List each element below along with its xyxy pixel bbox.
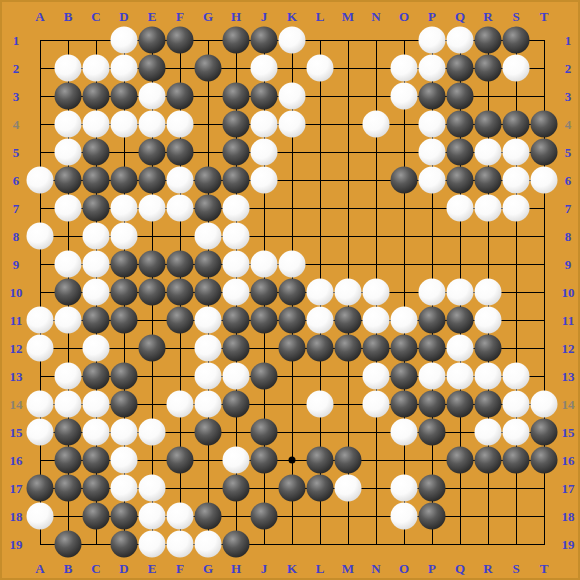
stone-black-C16[interactable]	[83, 447, 110, 474]
coord-bottom-G: G	[203, 562, 213, 575]
coord-bottom-N: N	[371, 562, 380, 575]
stone-white-C4[interactable]	[83, 111, 110, 138]
stone-black-G10[interactable]	[195, 279, 222, 306]
stone-black-G15[interactable]	[195, 419, 222, 446]
stone-white-R7[interactable]	[475, 195, 502, 222]
stone-white-K1[interactable]	[279, 27, 306, 54]
stone-black-E5[interactable]	[139, 139, 166, 166]
stone-white-J4[interactable]	[251, 111, 278, 138]
stone-black-G18[interactable]	[195, 503, 222, 530]
stone-black-N12[interactable]	[363, 335, 390, 362]
stone-white-N14[interactable]	[363, 391, 390, 418]
stone-black-L12[interactable]	[307, 335, 334, 362]
stone-black-H3[interactable]	[223, 83, 250, 110]
coord-left-8: 8	[13, 230, 20, 243]
stone-white-A14[interactable]	[27, 391, 54, 418]
stone-black-C5[interactable]	[83, 139, 110, 166]
stone-black-H4[interactable]	[223, 111, 250, 138]
stone-white-E15[interactable]	[139, 419, 166, 446]
stone-white-P6[interactable]	[419, 167, 446, 194]
stone-white-T6[interactable]	[531, 167, 558, 194]
stone-black-J13[interactable]	[251, 363, 278, 390]
stone-white-G13[interactable]	[195, 363, 222, 390]
stone-black-P11[interactable]	[419, 307, 446, 334]
stone-white-G14[interactable]	[195, 391, 222, 418]
coord-right-12: 12	[562, 342, 575, 355]
stone-black-B19[interactable]	[55, 531, 82, 558]
stone-black-F11[interactable]	[167, 307, 194, 334]
coord-bottom-F: F	[176, 562, 184, 575]
stone-white-R15[interactable]	[475, 419, 502, 446]
stone-black-D13[interactable]	[111, 363, 138, 390]
stone-white-N13[interactable]	[363, 363, 390, 390]
stone-white-F6[interactable]	[167, 167, 194, 194]
stone-black-H6[interactable]	[223, 167, 250, 194]
coord-left-3: 3	[13, 90, 20, 103]
coord-right-10: 10	[562, 286, 575, 299]
coord-bottom-Q: Q	[455, 562, 465, 575]
stone-black-E9[interactable]	[139, 251, 166, 278]
stone-white-P10[interactable]	[419, 279, 446, 306]
stone-black-T4[interactable]	[531, 111, 558, 138]
stone-white-B5[interactable]	[55, 139, 82, 166]
stone-black-F1[interactable]	[167, 27, 194, 54]
stone-white-P4[interactable]	[419, 111, 446, 138]
coord-bottom-H: H	[231, 562, 241, 575]
stone-black-M16[interactable]	[335, 447, 362, 474]
stone-black-E1[interactable]	[139, 27, 166, 54]
stone-white-F4[interactable]	[167, 111, 194, 138]
stone-white-L2[interactable]	[307, 55, 334, 82]
go-board[interactable]: AABBCCDDEEFFGGHHJJKKLLMMNNOOPPQQRRSSTT11…	[2, 2, 578, 578]
stone-white-L11[interactable]	[307, 307, 334, 334]
go-app-window: AABBCCDDEEFFGGHHJJKKLLMMNNOOPPQQRRSSTT11…	[0, 0, 580, 580]
stone-black-E6[interactable]	[139, 167, 166, 194]
stone-black-C13[interactable]	[83, 363, 110, 390]
stone-black-O12[interactable]	[391, 335, 418, 362]
stone-black-K10[interactable]	[279, 279, 306, 306]
stone-white-F14[interactable]	[167, 391, 194, 418]
stone-white-R5[interactable]	[475, 139, 502, 166]
stone-white-K9[interactable]	[279, 251, 306, 278]
stone-black-O6[interactable]	[391, 167, 418, 194]
coord-top-A: A	[35, 10, 44, 23]
stone-black-Q11[interactable]	[447, 307, 474, 334]
coord-left-4: 4	[13, 118, 20, 131]
stone-white-A12[interactable]	[27, 335, 54, 362]
coord-top-B: B	[64, 10, 73, 23]
stone-black-H12[interactable]	[223, 335, 250, 362]
stone-black-B10[interactable]	[55, 279, 82, 306]
stone-black-T15[interactable]	[531, 419, 558, 446]
stone-black-G2[interactable]	[195, 55, 222, 82]
stone-white-Q7[interactable]	[447, 195, 474, 222]
stone-black-P14[interactable]	[419, 391, 446, 418]
stone-black-O14[interactable]	[391, 391, 418, 418]
coord-right-5: 5	[565, 146, 572, 159]
stone-white-E18[interactable]	[139, 503, 166, 530]
stone-black-T16[interactable]	[531, 447, 558, 474]
stone-white-A18[interactable]	[27, 503, 54, 530]
stone-white-Q13[interactable]	[447, 363, 474, 390]
stone-black-H14[interactable]	[223, 391, 250, 418]
stone-white-F7[interactable]	[167, 195, 194, 222]
hoshi-dot-K16	[289, 457, 296, 464]
stone-black-K11[interactable]	[279, 307, 306, 334]
stone-black-P17[interactable]	[419, 475, 446, 502]
coord-left-7: 7	[13, 202, 20, 215]
stone-white-O15[interactable]	[391, 419, 418, 446]
coord-top-C: C	[91, 10, 100, 23]
stone-white-C2[interactable]	[83, 55, 110, 82]
stone-black-D10[interactable]	[111, 279, 138, 306]
coord-left-16: 16	[10, 454, 23, 467]
stone-white-S5[interactable]	[503, 139, 530, 166]
coord-top-H: H	[231, 10, 241, 23]
coord-left-2: 2	[13, 62, 20, 75]
stone-white-T14[interactable]	[531, 391, 558, 418]
stone-black-Q5[interactable]	[447, 139, 474, 166]
coord-left-15: 15	[10, 426, 23, 439]
stone-black-Q6[interactable]	[447, 167, 474, 194]
stone-white-H7[interactable]	[223, 195, 250, 222]
stone-black-T5[interactable]	[531, 139, 558, 166]
stone-white-S15[interactable]	[503, 419, 530, 446]
stone-black-R16[interactable]	[475, 447, 502, 474]
coord-top-D: D	[119, 10, 128, 23]
stone-black-R6[interactable]	[475, 167, 502, 194]
coord-top-L: L	[316, 10, 325, 23]
stone-white-E3[interactable]	[139, 83, 166, 110]
stone-black-M12[interactable]	[335, 335, 362, 362]
coord-left-6: 6	[13, 174, 20, 187]
stone-black-F10[interactable]	[167, 279, 194, 306]
stone-white-N4[interactable]	[363, 111, 390, 138]
stone-white-S13[interactable]	[503, 363, 530, 390]
stone-white-H10[interactable]	[223, 279, 250, 306]
stone-white-M10[interactable]	[335, 279, 362, 306]
stone-black-P12[interactable]	[419, 335, 446, 362]
coord-bottom-C: C	[91, 562, 100, 575]
stone-black-E12[interactable]	[139, 335, 166, 362]
stone-white-G11[interactable]	[195, 307, 222, 334]
stone-white-D17[interactable]	[111, 475, 138, 502]
coord-right-4: 4	[565, 118, 572, 131]
coord-right-3: 3	[565, 90, 572, 103]
coord-top-M: M	[342, 10, 354, 23]
stone-black-D11[interactable]	[111, 307, 138, 334]
coord-right-15: 15	[562, 426, 575, 439]
stone-white-P5[interactable]	[419, 139, 446, 166]
stone-white-L14[interactable]	[307, 391, 334, 418]
stone-black-J1[interactable]	[251, 27, 278, 54]
stone-black-C17[interactable]	[83, 475, 110, 502]
coord-bottom-R: R	[483, 562, 492, 575]
stone-white-G8[interactable]	[195, 223, 222, 250]
stone-white-P1[interactable]	[419, 27, 446, 54]
stone-black-C3[interactable]	[83, 83, 110, 110]
stone-black-G6[interactable]	[195, 167, 222, 194]
stone-white-F19[interactable]	[167, 531, 194, 558]
stone-white-E7[interactable]	[139, 195, 166, 222]
coord-left-18: 18	[10, 510, 23, 523]
stone-black-L16[interactable]	[307, 447, 334, 474]
stone-black-O13[interactable]	[391, 363, 418, 390]
coord-left-11: 11	[10, 314, 22, 327]
stone-white-O3[interactable]	[391, 83, 418, 110]
stone-black-Q3[interactable]	[447, 83, 474, 110]
coord-left-9: 9	[13, 258, 20, 271]
coord-bottom-S: S	[512, 562, 519, 575]
stone-black-Q2[interactable]	[447, 55, 474, 82]
coord-bottom-J: J	[261, 562, 268, 575]
stone-black-F9[interactable]	[167, 251, 194, 278]
stone-white-R10[interactable]	[475, 279, 502, 306]
coord-right-16: 16	[562, 454, 575, 467]
stone-black-K12[interactable]	[279, 335, 306, 362]
stone-black-L17[interactable]	[307, 475, 334, 502]
stone-white-S7[interactable]	[503, 195, 530, 222]
stone-white-S2[interactable]	[503, 55, 530, 82]
stone-black-D18[interactable]	[111, 503, 138, 530]
coord-top-J: J	[261, 10, 268, 23]
stone-white-Q12[interactable]	[447, 335, 474, 362]
stone-black-R14[interactable]	[475, 391, 502, 418]
coord-right-1: 1	[565, 34, 572, 47]
stone-white-P2[interactable]	[419, 55, 446, 82]
coord-left-1: 1	[13, 34, 20, 47]
stone-black-Q16[interactable]	[447, 447, 474, 474]
stone-white-C12[interactable]	[83, 335, 110, 362]
stone-black-R2[interactable]	[475, 55, 502, 82]
stone-black-D9[interactable]	[111, 251, 138, 278]
stone-black-R12[interactable]	[475, 335, 502, 362]
coord-bottom-P: P	[428, 562, 436, 575]
stone-black-G9[interactable]	[195, 251, 222, 278]
stone-black-D14[interactable]	[111, 391, 138, 418]
stone-white-Q10[interactable]	[447, 279, 474, 306]
stone-black-P18[interactable]	[419, 503, 446, 530]
stone-black-B6[interactable]	[55, 167, 82, 194]
stone-black-C6[interactable]	[83, 167, 110, 194]
coord-right-2: 2	[565, 62, 572, 75]
stone-white-H9[interactable]	[223, 251, 250, 278]
stone-black-H11[interactable]	[223, 307, 250, 334]
stone-white-B13[interactable]	[55, 363, 82, 390]
stone-white-C15[interactable]	[83, 419, 110, 446]
coord-bottom-K: K	[287, 562, 297, 575]
stone-black-D19[interactable]	[111, 531, 138, 558]
coord-top-S: S	[512, 10, 519, 23]
coord-left-12: 12	[10, 342, 23, 355]
coord-right-17: 17	[562, 482, 575, 495]
stone-white-N10[interactable]	[363, 279, 390, 306]
stone-white-B14[interactable]	[55, 391, 82, 418]
stone-black-E10[interactable]	[139, 279, 166, 306]
coord-left-5: 5	[13, 146, 20, 159]
stone-black-D3[interactable]	[111, 83, 138, 110]
stone-black-B16[interactable]	[55, 447, 82, 474]
stone-black-E2[interactable]	[139, 55, 166, 82]
stone-white-R13[interactable]	[475, 363, 502, 390]
coord-bottom-A: A	[35, 562, 44, 575]
stone-black-H1[interactable]	[223, 27, 250, 54]
stone-black-A17[interactable]	[27, 475, 54, 502]
stone-black-B15[interactable]	[55, 419, 82, 446]
stone-black-J18[interactable]	[251, 503, 278, 530]
stone-black-F16[interactable]	[167, 447, 194, 474]
coord-top-Q: Q	[455, 10, 465, 23]
stone-white-B11[interactable]	[55, 307, 82, 334]
stone-white-P13[interactable]	[419, 363, 446, 390]
stone-black-J3[interactable]	[251, 83, 278, 110]
stone-white-E4[interactable]	[139, 111, 166, 138]
stone-black-P15[interactable]	[419, 419, 446, 446]
coord-left-19: 19	[10, 538, 23, 551]
stone-black-Q4[interactable]	[447, 111, 474, 138]
stone-white-G19[interactable]	[195, 531, 222, 558]
coord-right-11: 11	[562, 314, 574, 327]
coord-right-18: 18	[562, 510, 575, 523]
coord-top-K: K	[287, 10, 297, 23]
stone-black-S4[interactable]	[503, 111, 530, 138]
stone-black-C18[interactable]	[83, 503, 110, 530]
stone-white-O17[interactable]	[391, 475, 418, 502]
coord-right-19: 19	[562, 538, 575, 551]
stone-black-D6[interactable]	[111, 167, 138, 194]
stone-white-J6[interactable]	[251, 167, 278, 194]
stone-black-Q14[interactable]	[447, 391, 474, 418]
stone-white-S6[interactable]	[503, 167, 530, 194]
grid-vline-O	[404, 40, 405, 545]
coord-left-17: 17	[10, 482, 23, 495]
stone-white-K3[interactable]	[279, 83, 306, 110]
stone-black-G7[interactable]	[195, 195, 222, 222]
coord-right-13: 13	[562, 370, 575, 383]
stone-white-B4[interactable]	[55, 111, 82, 138]
stone-white-H8[interactable]	[223, 223, 250, 250]
stone-white-J2[interactable]	[251, 55, 278, 82]
stone-white-D1[interactable]	[111, 27, 138, 54]
stone-white-A11[interactable]	[27, 307, 54, 334]
stone-white-O18[interactable]	[391, 503, 418, 530]
stone-black-M11[interactable]	[335, 307, 362, 334]
stone-white-O11[interactable]	[391, 307, 418, 334]
stone-white-H13[interactable]	[223, 363, 250, 390]
coord-bottom-E: E	[148, 562, 157, 575]
stone-black-F3[interactable]	[167, 83, 194, 110]
stone-white-E19[interactable]	[139, 531, 166, 558]
stone-white-C10[interactable]	[83, 279, 110, 306]
coord-right-8: 8	[565, 230, 572, 243]
stone-white-C9[interactable]	[83, 251, 110, 278]
stone-white-R11[interactable]	[475, 307, 502, 334]
coord-right-6: 6	[565, 174, 572, 187]
stone-black-J15[interactable]	[251, 419, 278, 446]
stone-black-K17[interactable]	[279, 475, 306, 502]
stone-white-F18[interactable]	[167, 503, 194, 530]
coord-top-N: N	[371, 10, 380, 23]
stone-white-B9[interactable]	[55, 251, 82, 278]
stone-black-J10[interactable]	[251, 279, 278, 306]
coord-top-E: E	[148, 10, 157, 23]
stone-white-D7[interactable]	[111, 195, 138, 222]
stone-white-D2[interactable]	[111, 55, 138, 82]
stone-white-H16[interactable]	[223, 447, 250, 474]
coord-bottom-M: M	[342, 562, 354, 575]
stone-black-H17[interactable]	[223, 475, 250, 502]
coord-top-F: F	[176, 10, 184, 23]
stone-white-J5[interactable]	[251, 139, 278, 166]
stone-black-H5[interactable]	[223, 139, 250, 166]
stone-white-D4[interactable]	[111, 111, 138, 138]
stone-white-B7[interactable]	[55, 195, 82, 222]
coord-top-G: G	[203, 10, 213, 23]
stone-black-R1[interactable]	[475, 27, 502, 54]
stone-white-A6[interactable]	[27, 167, 54, 194]
coord-bottom-D: D	[119, 562, 128, 575]
stone-black-F5[interactable]	[167, 139, 194, 166]
stone-white-C14[interactable]	[83, 391, 110, 418]
stone-black-P3[interactable]	[419, 83, 446, 110]
stone-white-L10[interactable]	[307, 279, 334, 306]
coord-left-14: 14	[10, 398, 23, 411]
stone-white-Q1[interactable]	[447, 27, 474, 54]
coord-top-R: R	[483, 10, 492, 23]
coord-bottom-O: O	[399, 562, 409, 575]
stone-black-J16[interactable]	[251, 447, 278, 474]
stone-white-A8[interactable]	[27, 223, 54, 250]
stone-white-D8[interactable]	[111, 223, 138, 250]
stone-black-C7[interactable]	[83, 195, 110, 222]
stone-white-A15[interactable]	[27, 419, 54, 446]
stone-white-K4[interactable]	[279, 111, 306, 138]
coord-right-7: 7	[565, 202, 572, 215]
stone-white-C8[interactable]	[83, 223, 110, 250]
stone-black-C11[interactable]	[83, 307, 110, 334]
stone-black-H19[interactable]	[223, 531, 250, 558]
coord-right-9: 9	[565, 258, 572, 271]
stone-white-M17[interactable]	[335, 475, 362, 502]
coord-top-T: T	[540, 10, 549, 23]
stone-black-S16[interactable]	[503, 447, 530, 474]
stone-white-N11[interactable]	[363, 307, 390, 334]
stone-black-R4[interactable]	[475, 111, 502, 138]
stone-white-G12[interactable]	[195, 335, 222, 362]
stone-white-J9[interactable]	[251, 251, 278, 278]
coord-bottom-L: L	[316, 562, 325, 575]
stone-black-B17[interactable]	[55, 475, 82, 502]
stone-black-J11[interactable]	[251, 307, 278, 334]
coord-right-14: 14	[562, 398, 575, 411]
stone-white-S14[interactable]	[503, 391, 530, 418]
coord-bottom-B: B	[64, 562, 73, 575]
coord-left-13: 13	[10, 370, 23, 383]
stone-white-D16[interactable]	[111, 447, 138, 474]
stone-white-B2[interactable]	[55, 55, 82, 82]
stone-white-E17[interactable]	[139, 475, 166, 502]
stone-black-B3[interactable]	[55, 83, 82, 110]
stone-white-D15[interactable]	[111, 419, 138, 446]
coord-top-P: P	[428, 10, 436, 23]
coord-bottom-T: T	[540, 562, 549, 575]
stone-black-S1[interactable]	[503, 27, 530, 54]
coord-left-10: 10	[10, 286, 23, 299]
coord-top-O: O	[399, 10, 409, 23]
stone-white-O2[interactable]	[391, 55, 418, 82]
